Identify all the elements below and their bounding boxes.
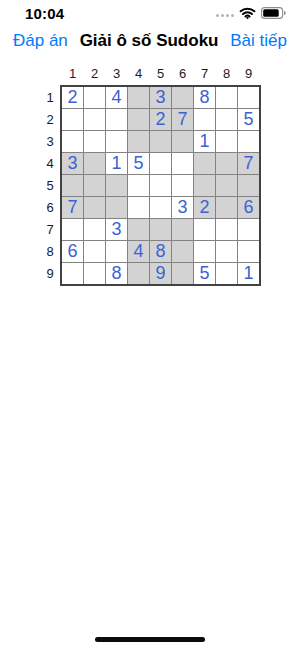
cell-r8c9[interactable] [238,241,259,262]
cellular-signal-dots-icon [216,14,234,17]
cell-r6c3[interactable] [106,197,127,218]
cell-r1c4[interactable] [128,87,149,108]
cell-r8c2[interactable] [84,241,105,262]
cell-r8c4[interactable]: 4 [128,241,149,262]
cell-r2c6[interactable]: 7 [172,109,193,130]
cell-r5c9[interactable] [238,175,259,196]
cell-r4c9[interactable]: 7 [238,153,259,174]
cell-r1c8[interactable] [216,87,237,108]
cell-r9c5[interactable]: 9 [150,263,171,284]
cell-r8c5[interactable]: 8 [150,241,171,262]
page-title: Giải ô số Sudoku [80,31,219,51]
next-puzzle-button[interactable]: Bài tiếp [230,31,287,51]
cell-r2c8[interactable] [216,109,237,130]
cell-r4c6[interactable] [172,153,193,174]
status-icons [216,7,286,19]
row-label-9: 9 [40,263,60,284]
cell-r5c4[interactable] [128,175,149,196]
cell-r5c5[interactable] [150,175,171,196]
cell-r4c4[interactable]: 5 [128,153,149,174]
cell-r6c5[interactable] [150,197,171,218]
col-label-8: 8 [216,66,237,82]
cell-r4c2[interactable] [84,153,105,174]
row-labels: 123456789 [40,85,60,286]
cell-r9c7[interactable]: 5 [194,263,215,284]
cell-r7c7[interactable] [194,219,215,240]
cell-r5c6[interactable] [172,175,193,196]
cell-r7c1[interactable] [62,219,83,240]
cell-r1c5[interactable]: 3 [150,87,171,108]
row-label-8: 8 [40,241,60,262]
cell-r2c1[interactable] [62,109,83,130]
row-label-6: 6 [40,197,60,218]
cell-r6c1[interactable]: 7 [62,197,83,218]
cell-r9c3[interactable]: 8 [106,263,127,284]
app-screen: 10:04 Đáp án [0,0,300,649]
status-time: 10:04 [25,5,64,22]
battery-icon [261,7,286,19]
cell-r4c5[interactable] [150,153,171,174]
wifi-icon [239,7,256,19]
cell-r3c5[interactable] [150,131,171,152]
col-label-1: 1 [62,66,83,82]
cell-r5c2[interactable] [84,175,105,196]
cell-r7c5[interactable] [150,219,171,240]
cell-r5c8[interactable] [216,175,237,196]
cell-r8c8[interactable] [216,241,237,262]
cell-r2c7[interactable] [194,109,215,130]
cell-r4c7[interactable] [194,153,215,174]
cell-r1c9[interactable] [238,87,259,108]
row-label-1: 1 [40,87,60,108]
cell-r1c6[interactable] [172,87,193,108]
cell-r6c9[interactable]: 6 [238,197,259,218]
cell-r5c1[interactable] [62,175,83,196]
cell-r3c6[interactable] [172,131,193,152]
cell-r9c9[interactable]: 1 [238,263,259,284]
row-label-5: 5 [40,175,60,196]
cell-r9c6[interactable] [172,263,193,284]
sudoku-grid: 243827513157732636488951 [62,87,259,284]
cell-r5c3[interactable] [106,175,127,196]
cell-r6c7[interactable]: 2 [194,197,215,218]
cell-r6c2[interactable] [84,197,105,218]
col-label-4: 4 [128,66,149,82]
cell-r9c2[interactable] [84,263,105,284]
row-label-2: 2 [40,109,60,130]
col-labels: 123456789 [40,66,265,82]
cell-r1c7[interactable]: 8 [194,87,215,108]
cell-r2c5[interactable]: 2 [150,109,171,130]
cell-r2c2[interactable] [84,109,105,130]
status-bar: 10:04 [0,0,300,24]
cell-r1c2[interactable] [84,87,105,108]
cell-r8c7[interactable] [194,241,215,262]
answer-button[interactable]: Đáp án [13,31,68,51]
col-label-5: 5 [150,66,171,82]
cell-r6c6[interactable]: 3 [172,197,193,218]
cell-r3c1[interactable] [62,131,83,152]
col-label-6: 6 [172,66,193,82]
cell-r7c2[interactable] [84,219,105,240]
cell-r5c7[interactable] [194,175,215,196]
cell-r1c1[interactable]: 2 [62,87,83,108]
cell-r6c4[interactable] [128,197,149,218]
cell-r2c3[interactable] [106,109,127,130]
cell-r8c6[interactable] [172,241,193,262]
cell-r3c8[interactable] [216,131,237,152]
cell-r7c9[interactable] [238,219,259,240]
sudoku-board-area: 123456789 123456789 24382751315773263648… [40,66,265,286]
cell-r7c3[interactable]: 3 [106,219,127,240]
cell-r3c4[interactable] [128,131,149,152]
cell-r3c9[interactable] [238,131,259,152]
home-indicator[interactable] [95,637,205,642]
cell-r4c1[interactable]: 3 [62,153,83,174]
row-label-7: 7 [40,219,60,240]
cell-r3c7[interactable]: 1 [194,131,215,152]
cell-r2c9[interactable]: 5 [238,109,259,130]
cell-r9c4[interactable] [128,263,149,284]
cell-r6c8[interactable] [216,197,237,218]
cell-r8c3[interactable] [106,241,127,262]
col-label-2: 2 [84,66,105,82]
col-label-7: 7 [194,66,215,82]
nav-bar: Đáp án Giải ô số Sudoku Bài tiếp [0,24,300,58]
cell-r1c3[interactable]: 4 [106,87,127,108]
cell-r9c8[interactable] [216,263,237,284]
cell-r3c2[interactable] [84,131,105,152]
row-label-3: 3 [40,131,60,152]
cell-r7c6[interactable] [172,219,193,240]
cell-r4c3[interactable]: 1 [106,153,127,174]
cell-r9c1[interactable] [62,263,83,284]
cell-r8c1[interactable]: 6 [62,241,83,262]
col-label-3: 3 [106,66,127,82]
sudoku-board-border: 243827513157732636488951 [60,85,261,286]
cell-r3c3[interactable] [106,131,127,152]
row-label-4: 4 [40,153,60,174]
cell-r7c4[interactable] [128,219,149,240]
cell-r7c8[interactable] [216,219,237,240]
cell-r2c4[interactable] [128,109,149,130]
cell-r4c8[interactable] [216,153,237,174]
col-label-9: 9 [238,66,259,82]
